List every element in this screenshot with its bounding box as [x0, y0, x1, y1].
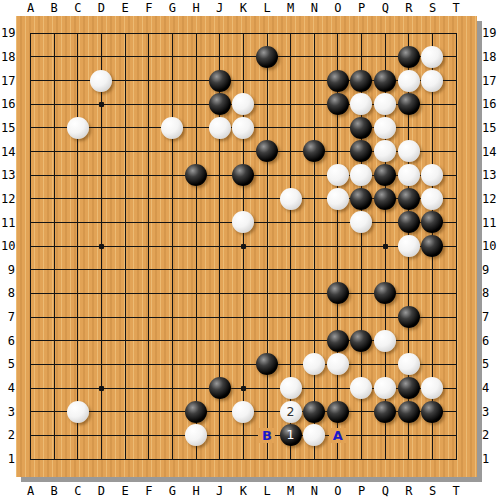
coord-label-left-18: 18	[1, 50, 15, 64]
coord-label-top-o: O	[328, 1, 348, 15]
coord-label-bottom-b: B	[44, 484, 64, 498]
stone-black-r18[interactable]	[398, 46, 420, 68]
stone-white-q14[interactable]	[374, 140, 396, 162]
stone-black-p12[interactable]	[350, 188, 372, 210]
coord-label-right-1: 1	[482, 452, 500, 466]
stone-white-k3[interactable]	[232, 401, 254, 423]
coord-label-left-17: 17	[1, 74, 15, 88]
stone-black-l14[interactable]	[256, 140, 278, 162]
coord-label-top-h: H	[186, 1, 206, 15]
stone-black-p15[interactable]	[350, 117, 372, 139]
stone-white-k15[interactable]	[232, 117, 254, 139]
stone-black-s11[interactable]	[421, 211, 443, 233]
coord-label-right-7: 7	[482, 310, 500, 324]
stone-black-l5[interactable]	[256, 353, 278, 375]
coord-label-top-l: L	[257, 1, 277, 15]
stone-white-m3-numbered-2[interactable]: 2	[280, 401, 302, 423]
stone-black-r11[interactable]	[398, 211, 420, 233]
coord-label-right-14: 14	[482, 145, 500, 159]
stone-black-p6[interactable]	[350, 330, 372, 352]
coord-label-bottom-f: F	[139, 484, 159, 498]
coord-label-right-5: 5	[482, 357, 500, 371]
stone-white-q16[interactable]	[374, 93, 396, 115]
coord-label-bottom-s: S	[423, 484, 443, 498]
stone-black-r4[interactable]	[398, 377, 420, 399]
stone-white-q6[interactable]	[374, 330, 396, 352]
coord-label-top-p: P	[352, 1, 372, 15]
stone-white-q4[interactable]	[374, 377, 396, 399]
stone-black-n14[interactable]	[303, 140, 325, 162]
stone-black-q3[interactable]	[374, 401, 396, 423]
stone-black-r12[interactable]	[398, 188, 420, 210]
stone-white-o13[interactable]	[327, 164, 349, 186]
stone-white-n2[interactable]	[303, 424, 325, 446]
letter-label-b: B	[258, 428, 275, 443]
stone-white-h2[interactable]	[185, 424, 207, 446]
coord-label-left-11: 11	[1, 216, 15, 230]
stone-black-o8[interactable]	[327, 282, 349, 304]
coord-label-bottom-h: H	[186, 484, 206, 498]
coord-label-left-15: 15	[1, 121, 15, 135]
stone-white-o5[interactable]	[327, 353, 349, 375]
coord-label-right-8: 8	[482, 286, 500, 300]
stone-black-p14[interactable]	[350, 140, 372, 162]
coord-label-left-6: 6	[1, 334, 15, 348]
stone-white-q15[interactable]	[374, 117, 396, 139]
coord-label-top-b: B	[44, 1, 64, 15]
stone-white-o12[interactable]	[327, 188, 349, 210]
coord-label-left-3: 3	[1, 405, 15, 419]
coord-label-top-n: N	[304, 1, 324, 15]
stone-white-p13[interactable]	[350, 164, 372, 186]
coord-label-left-2: 2	[1, 428, 15, 442]
stone-white-s4[interactable]	[421, 377, 443, 399]
coord-label-right-2: 2	[482, 428, 500, 442]
coord-label-bottom-e: E	[115, 484, 135, 498]
coord-label-bottom-n: N	[304, 484, 324, 498]
coord-label-bottom-d: D	[91, 484, 111, 498]
stone-white-r13[interactable]	[398, 164, 420, 186]
stone-white-p11[interactable]	[350, 211, 372, 233]
stone-white-k16[interactable]	[232, 93, 254, 115]
stone-black-p17[interactable]	[350, 70, 372, 92]
stone-white-p16[interactable]	[350, 93, 372, 115]
coord-label-bottom-q: Q	[375, 484, 395, 498]
coord-label-top-a: A	[21, 1, 41, 15]
coord-label-left-14: 14	[1, 145, 15, 159]
stone-black-r3[interactable]	[398, 401, 420, 423]
coord-label-right-13: 13	[482, 168, 500, 182]
coord-label-right-16: 16	[482, 97, 500, 111]
stone-white-s18[interactable]	[421, 46, 443, 68]
coord-label-bottom-k: K	[233, 484, 253, 498]
intersection-grid[interactable]: 21AB	[19, 21, 468, 470]
stone-black-r16[interactable]	[398, 93, 420, 115]
letter-label-a: A	[329, 428, 346, 443]
coord-label-right-18: 18	[482, 50, 500, 64]
stone-black-h3[interactable]	[185, 401, 207, 423]
stone-black-j17[interactable]	[209, 70, 231, 92]
coord-label-left-13: 13	[1, 168, 15, 182]
coord-label-top-c: C	[68, 1, 88, 15]
coord-label-bottom-r: R	[399, 484, 419, 498]
stone-white-m4[interactable]	[280, 377, 302, 399]
stone-black-q13[interactable]	[374, 164, 396, 186]
coord-label-left-10: 10	[1, 239, 15, 253]
stone-white-s13[interactable]	[421, 164, 443, 186]
go-board-screenshot: 21AB AABBCCDDEEFFGGHHJJKKLLMMNNOOPPQQRRS…	[0, 0, 500, 500]
stone-black-j16[interactable]	[209, 93, 231, 115]
coord-label-left-8: 8	[1, 286, 15, 300]
stone-white-r10[interactable]	[398, 235, 420, 257]
coord-label-top-t: T	[446, 1, 466, 15]
coord-label-right-9: 9	[482, 263, 500, 277]
coord-label-right-12: 12	[482, 192, 500, 206]
stone-black-s3[interactable]	[421, 401, 443, 423]
stone-white-n5[interactable]	[303, 353, 325, 375]
stone-white-c15[interactable]	[67, 117, 89, 139]
coord-label-top-g: G	[162, 1, 182, 15]
stone-black-m2-numbered-1[interactable]: 1	[280, 424, 302, 446]
coord-label-left-16: 16	[1, 97, 15, 111]
stone-white-s12[interactable]	[421, 188, 443, 210]
coord-label-left-9: 9	[1, 263, 15, 277]
stone-white-j15[interactable]	[209, 117, 231, 139]
stone-black-o6[interactable]	[327, 330, 349, 352]
coord-label-bottom-m: M	[281, 484, 301, 498]
stone-white-r17[interactable]	[398, 70, 420, 92]
coord-label-top-d: D	[91, 1, 111, 15]
stone-black-l18[interactable]	[256, 46, 278, 68]
coord-label-left-12: 12	[1, 192, 15, 206]
coord-label-left-4: 4	[1, 381, 15, 395]
coord-label-left-5: 5	[1, 357, 15, 371]
stone-black-o16[interactable]	[327, 93, 349, 115]
stone-black-r7[interactable]	[398, 306, 420, 328]
coord-label-right-19: 19	[482, 26, 500, 40]
coord-label-right-3: 3	[482, 405, 500, 419]
stone-black-q17[interactable]	[374, 70, 396, 92]
coord-label-top-s: S	[423, 1, 443, 15]
stone-black-h13[interactable]	[185, 164, 207, 186]
coord-label-bottom-a: A	[21, 484, 41, 498]
stone-white-k11[interactable]	[232, 211, 254, 233]
coord-label-right-15: 15	[482, 121, 500, 135]
coord-label-top-e: E	[115, 1, 135, 15]
stone-white-c3[interactable]	[67, 401, 89, 423]
stone-white-d17[interactable]	[90, 70, 112, 92]
coord-label-bottom-p: P	[352, 484, 372, 498]
coord-label-left-7: 7	[1, 310, 15, 324]
coord-label-left-19: 19	[1, 26, 15, 40]
stone-black-n3[interactable]	[303, 401, 325, 423]
coord-label-top-r: R	[399, 1, 419, 15]
coord-label-top-k: K	[233, 1, 253, 15]
coord-label-bottom-o: O	[328, 484, 348, 498]
stone-black-o3[interactable]	[327, 401, 349, 423]
coord-label-right-10: 10	[482, 239, 500, 253]
coord-label-top-f: F	[139, 1, 159, 15]
coord-label-top-j: J	[210, 1, 230, 15]
stone-black-o17[interactable]	[327, 70, 349, 92]
coord-label-right-17: 17	[482, 74, 500, 88]
coord-label-right-6: 6	[482, 334, 500, 348]
stone-black-j4[interactable]	[209, 377, 231, 399]
stone-white-r5[interactable]	[398, 353, 420, 375]
coord-label-top-q: Q	[375, 1, 395, 15]
coord-label-right-4: 4	[482, 381, 500, 395]
coord-label-bottom-j: J	[210, 484, 230, 498]
stone-black-s10[interactable]	[421, 235, 443, 257]
stone-white-g15[interactable]	[161, 117, 183, 139]
stone-black-q8[interactable]	[374, 282, 396, 304]
stone-white-s17[interactable]	[421, 70, 443, 92]
coord-label-top-m: M	[281, 1, 301, 15]
stone-white-m12[interactable]	[280, 188, 302, 210]
coord-label-bottom-c: C	[68, 484, 88, 498]
stone-black-q12[interactable]	[374, 188, 396, 210]
coord-label-bottom-t: T	[446, 484, 466, 498]
coord-label-bottom-g: G	[162, 484, 182, 498]
coord-label-left-1: 1	[1, 452, 15, 466]
stone-white-p4[interactable]	[350, 377, 372, 399]
coord-label-right-11: 11	[482, 216, 500, 230]
stone-black-k13[interactable]	[232, 164, 254, 186]
stone-white-r14[interactable]	[398, 140, 420, 162]
coord-label-bottom-l: L	[257, 484, 277, 498]
